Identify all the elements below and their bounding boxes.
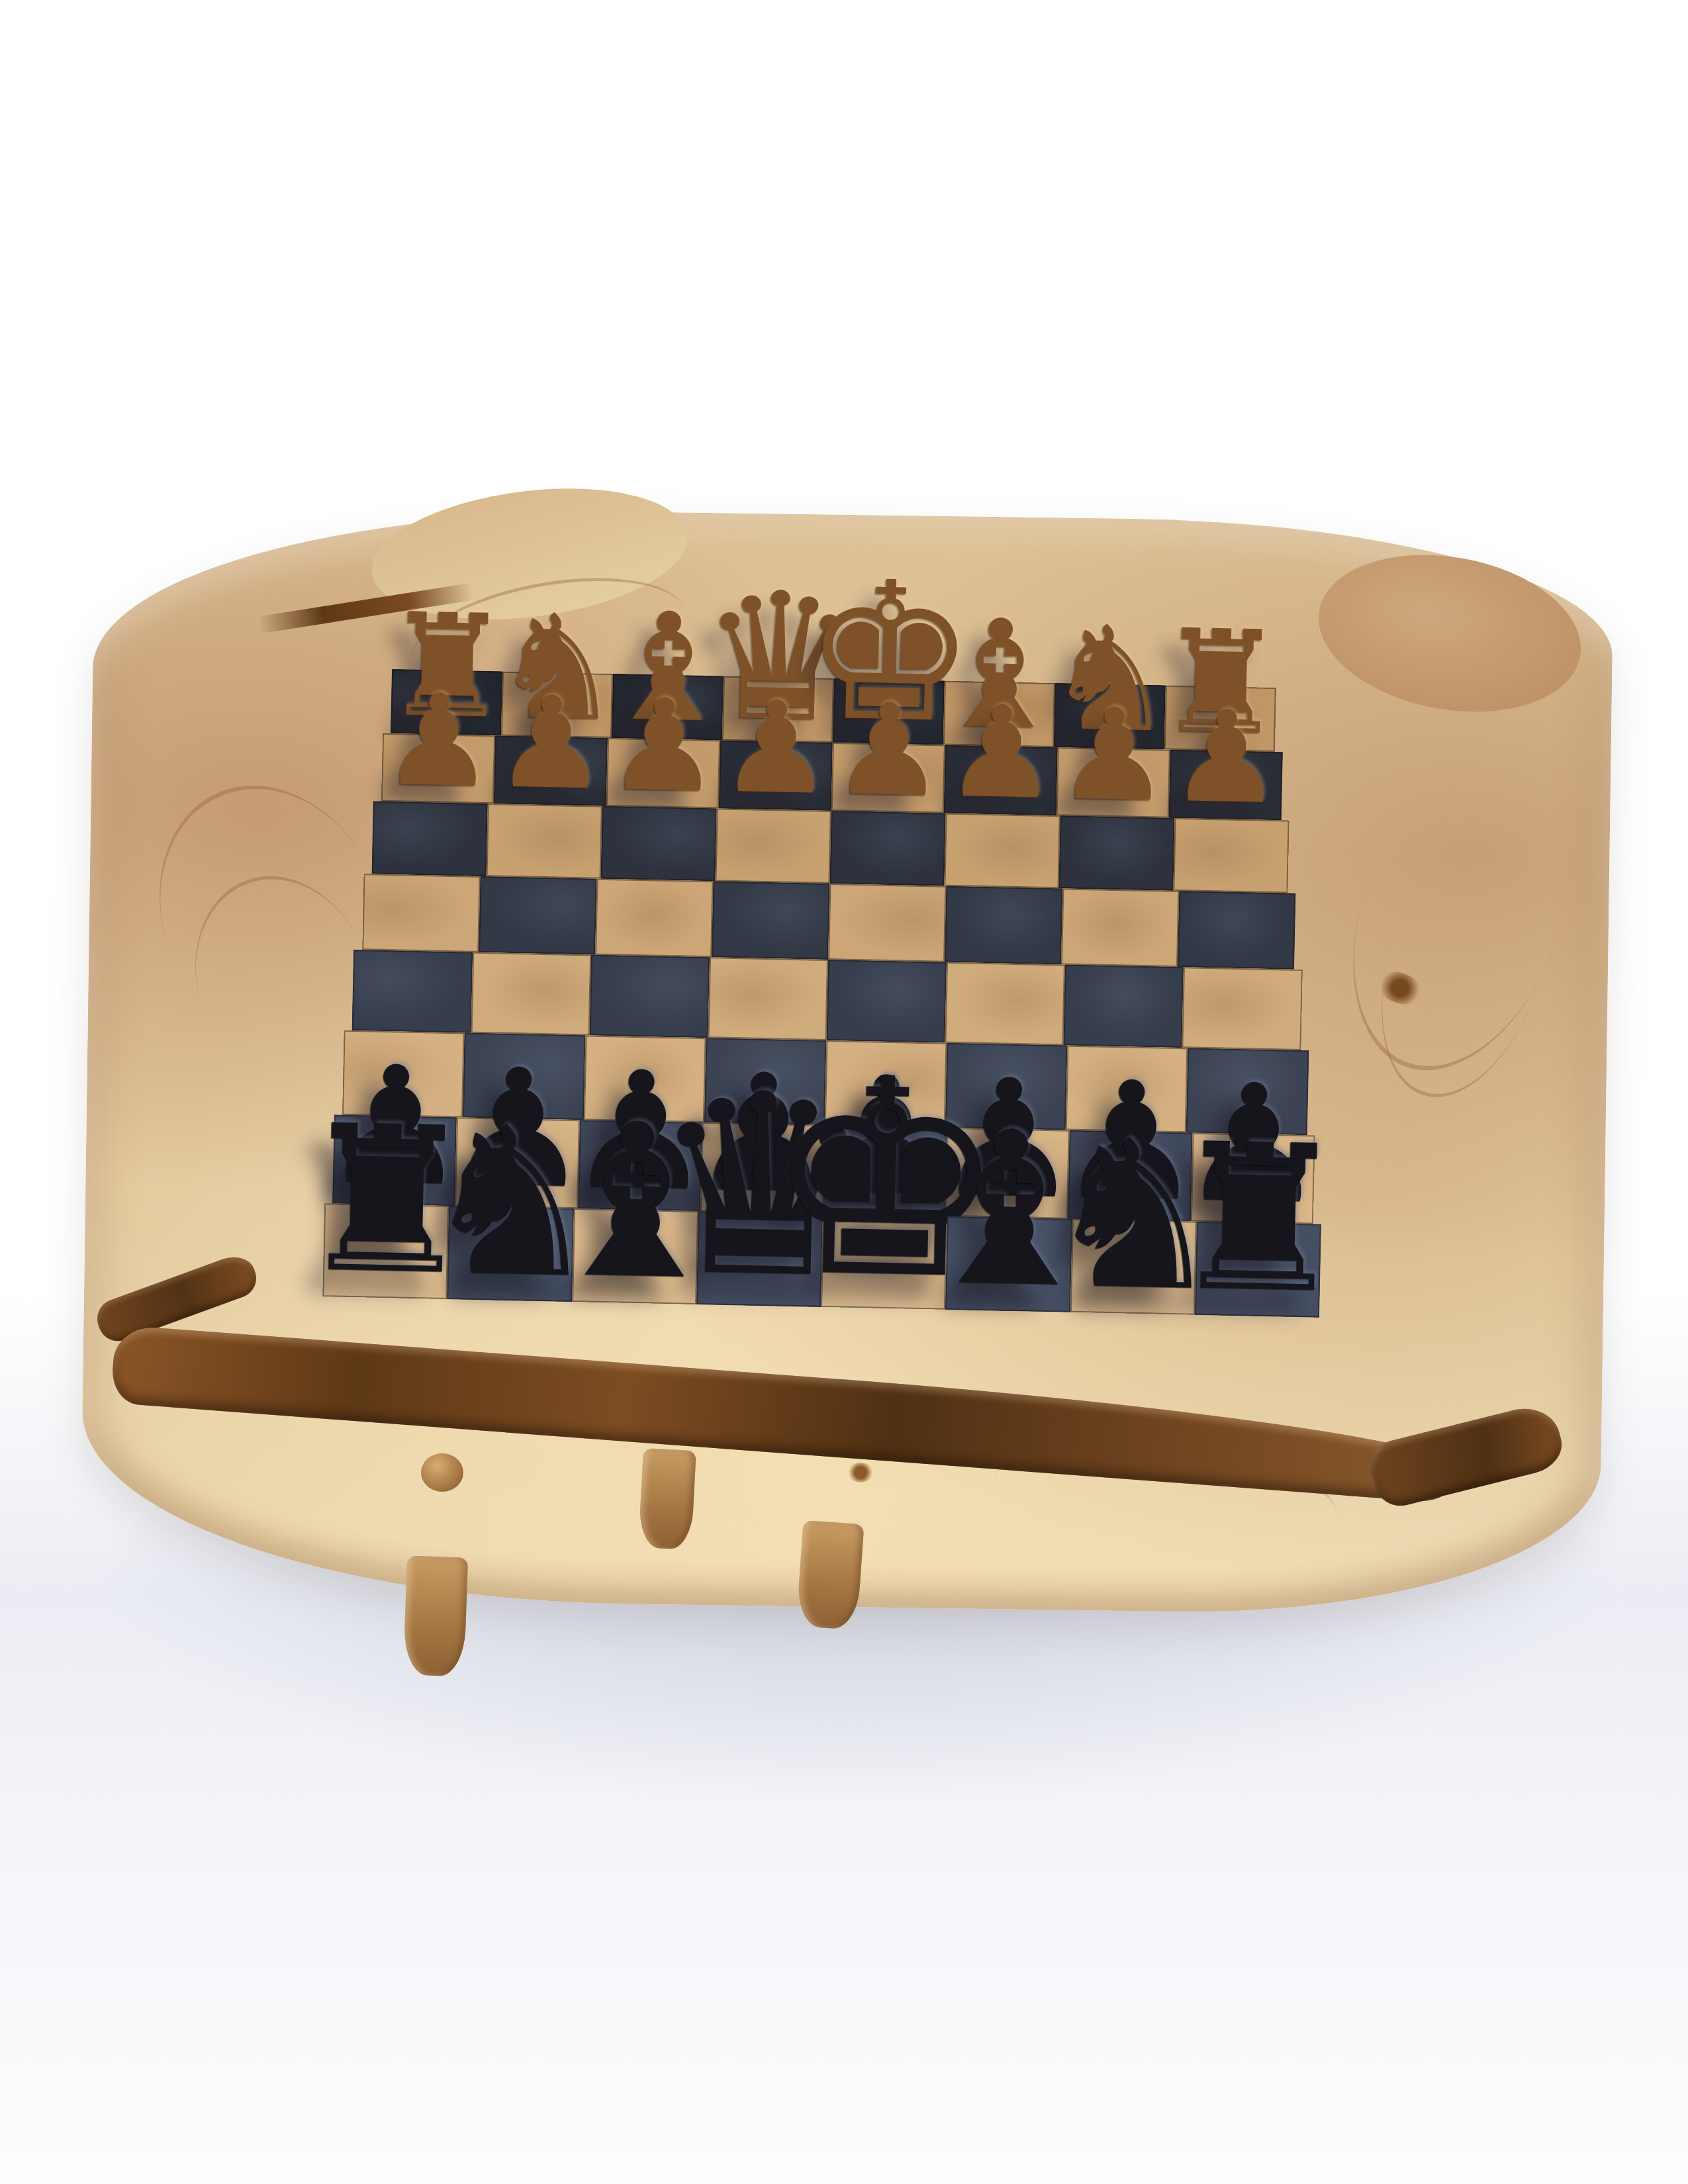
square-g5[interactable] [1064, 965, 1184, 1048]
square-d4[interactable] [712, 881, 829, 960]
square-b3[interactable] [486, 803, 602, 878]
square-h3[interactable] [1174, 818, 1289, 893]
square-b5[interactable] [471, 952, 591, 1036]
white-pawn[interactable]: ♟ [493, 685, 609, 803]
square-g4[interactable] [1061, 888, 1179, 967]
white-pawn[interactable]: ♟ [831, 692, 947, 810]
square-b4[interactable] [479, 876, 596, 955]
wooden-leg [403, 1555, 468, 1676]
white-pawn[interactable]: ♟ [606, 687, 722, 805]
square-g3[interactable] [1059, 815, 1175, 890]
square-c5[interactable] [589, 955, 710, 1038]
square-h2[interactable]: ♟ [1169, 750, 1283, 821]
square-d3[interactable] [715, 809, 831, 884]
chessboard: ♜♞♝♛♚♝♞♜♟♟♟♟♟♟♟♟♟♟♟♟♟♟♟♟♜♞♝♛♚♝♞♜ [0, 0, 1688, 2184]
white-pawn[interactable]: ♟ [1168, 699, 1284, 817]
white-pawn[interactable]: ♟ [1056, 697, 1172, 815]
square-f3[interactable] [945, 813, 1060, 888]
white-pawn[interactable]: ♟ [943, 694, 1059, 813]
square-c4[interactable] [595, 878, 713, 957]
square-a2[interactable]: ♟ [381, 733, 495, 804]
square-c2[interactable]: ♟ [606, 738, 720, 809]
white-pawn[interactable]: ♟ [381, 682, 496, 801]
square-e2[interactable]: ♟ [831, 743, 945, 813]
square-a3[interactable] [371, 801, 487, 876]
square-f4[interactable] [945, 886, 1062, 964]
square-h8[interactable]: ♜ [1195, 1222, 1321, 1317]
board-rank-8: ♜♞♝♛♚♝♞♜ [322, 1203, 1321, 1317]
square-a5[interactable] [352, 950, 473, 1033]
square-h4[interactable] [1178, 891, 1295, 970]
black-rook[interactable]: ♜ [1167, 1125, 1351, 1314]
wooden-leg-knob [421, 1453, 463, 1492]
square-g2[interactable]: ♟ [1056, 747, 1170, 818]
square-a4[interactable] [362, 874, 480, 952]
white-pawn[interactable]: ♟ [718, 690, 834, 808]
square-d2[interactable]: ♟ [719, 741, 833, 811]
square-c3[interactable] [600, 806, 716, 881]
square-h5[interactable] [1182, 967, 1303, 1050]
square-b2[interactable]: ♟ [494, 735, 608, 806]
square-e4[interactable] [828, 884, 946, 962]
square-e3[interactable] [829, 811, 945, 886]
square-f2[interactable]: ♟ [944, 745, 1058, 816]
